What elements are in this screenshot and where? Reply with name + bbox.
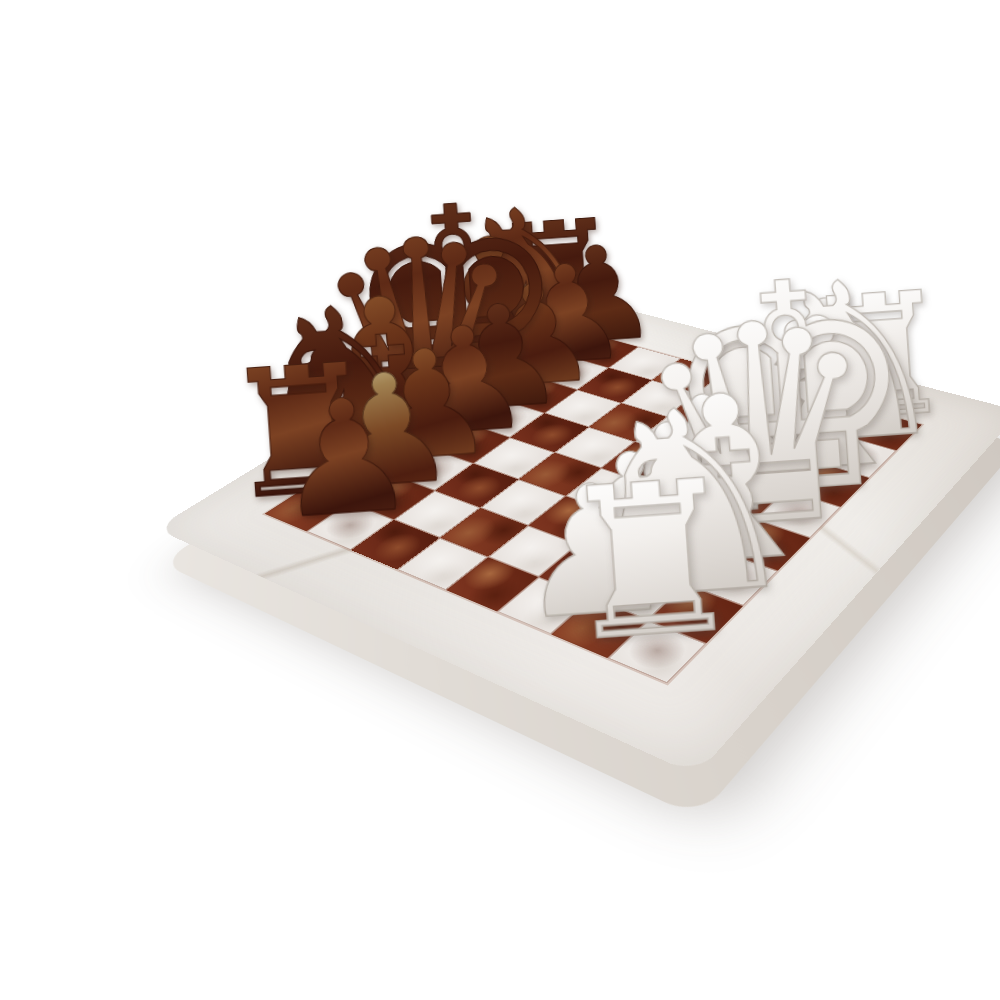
white-rook-a1[interactable]: ♜ xyxy=(492,278,796,661)
chess-set-photo: ♜♞♝♛♚♝♞♜♟♟♟♟♟♟♟♟♟♟♟♟♟♟♟♟♜♞♝♛♚♝♞♜ xyxy=(0,0,1000,1000)
pawn-glyph: ♟ xyxy=(270,379,421,538)
square-a1[interactable]: ♜ xyxy=(608,621,706,683)
rook-glyph: ♜ xyxy=(551,456,752,667)
scene: ♜♞♝♛♚♝♞♜♟♟♟♟♟♟♟♟♟♟♟♟♟♟♟♟♜♞♝♛♚♝♞♜ xyxy=(0,0,1000,1000)
marble-board-slab: ♜♞♝♛♚♝♞♜♟♟♟♟♟♟♟♟♟♟♟♟♟♟♟♟♜♞♝♛♚♝♞♜ xyxy=(155,289,1000,775)
dark-pawn-a7[interactable]: ♟ xyxy=(208,204,470,534)
